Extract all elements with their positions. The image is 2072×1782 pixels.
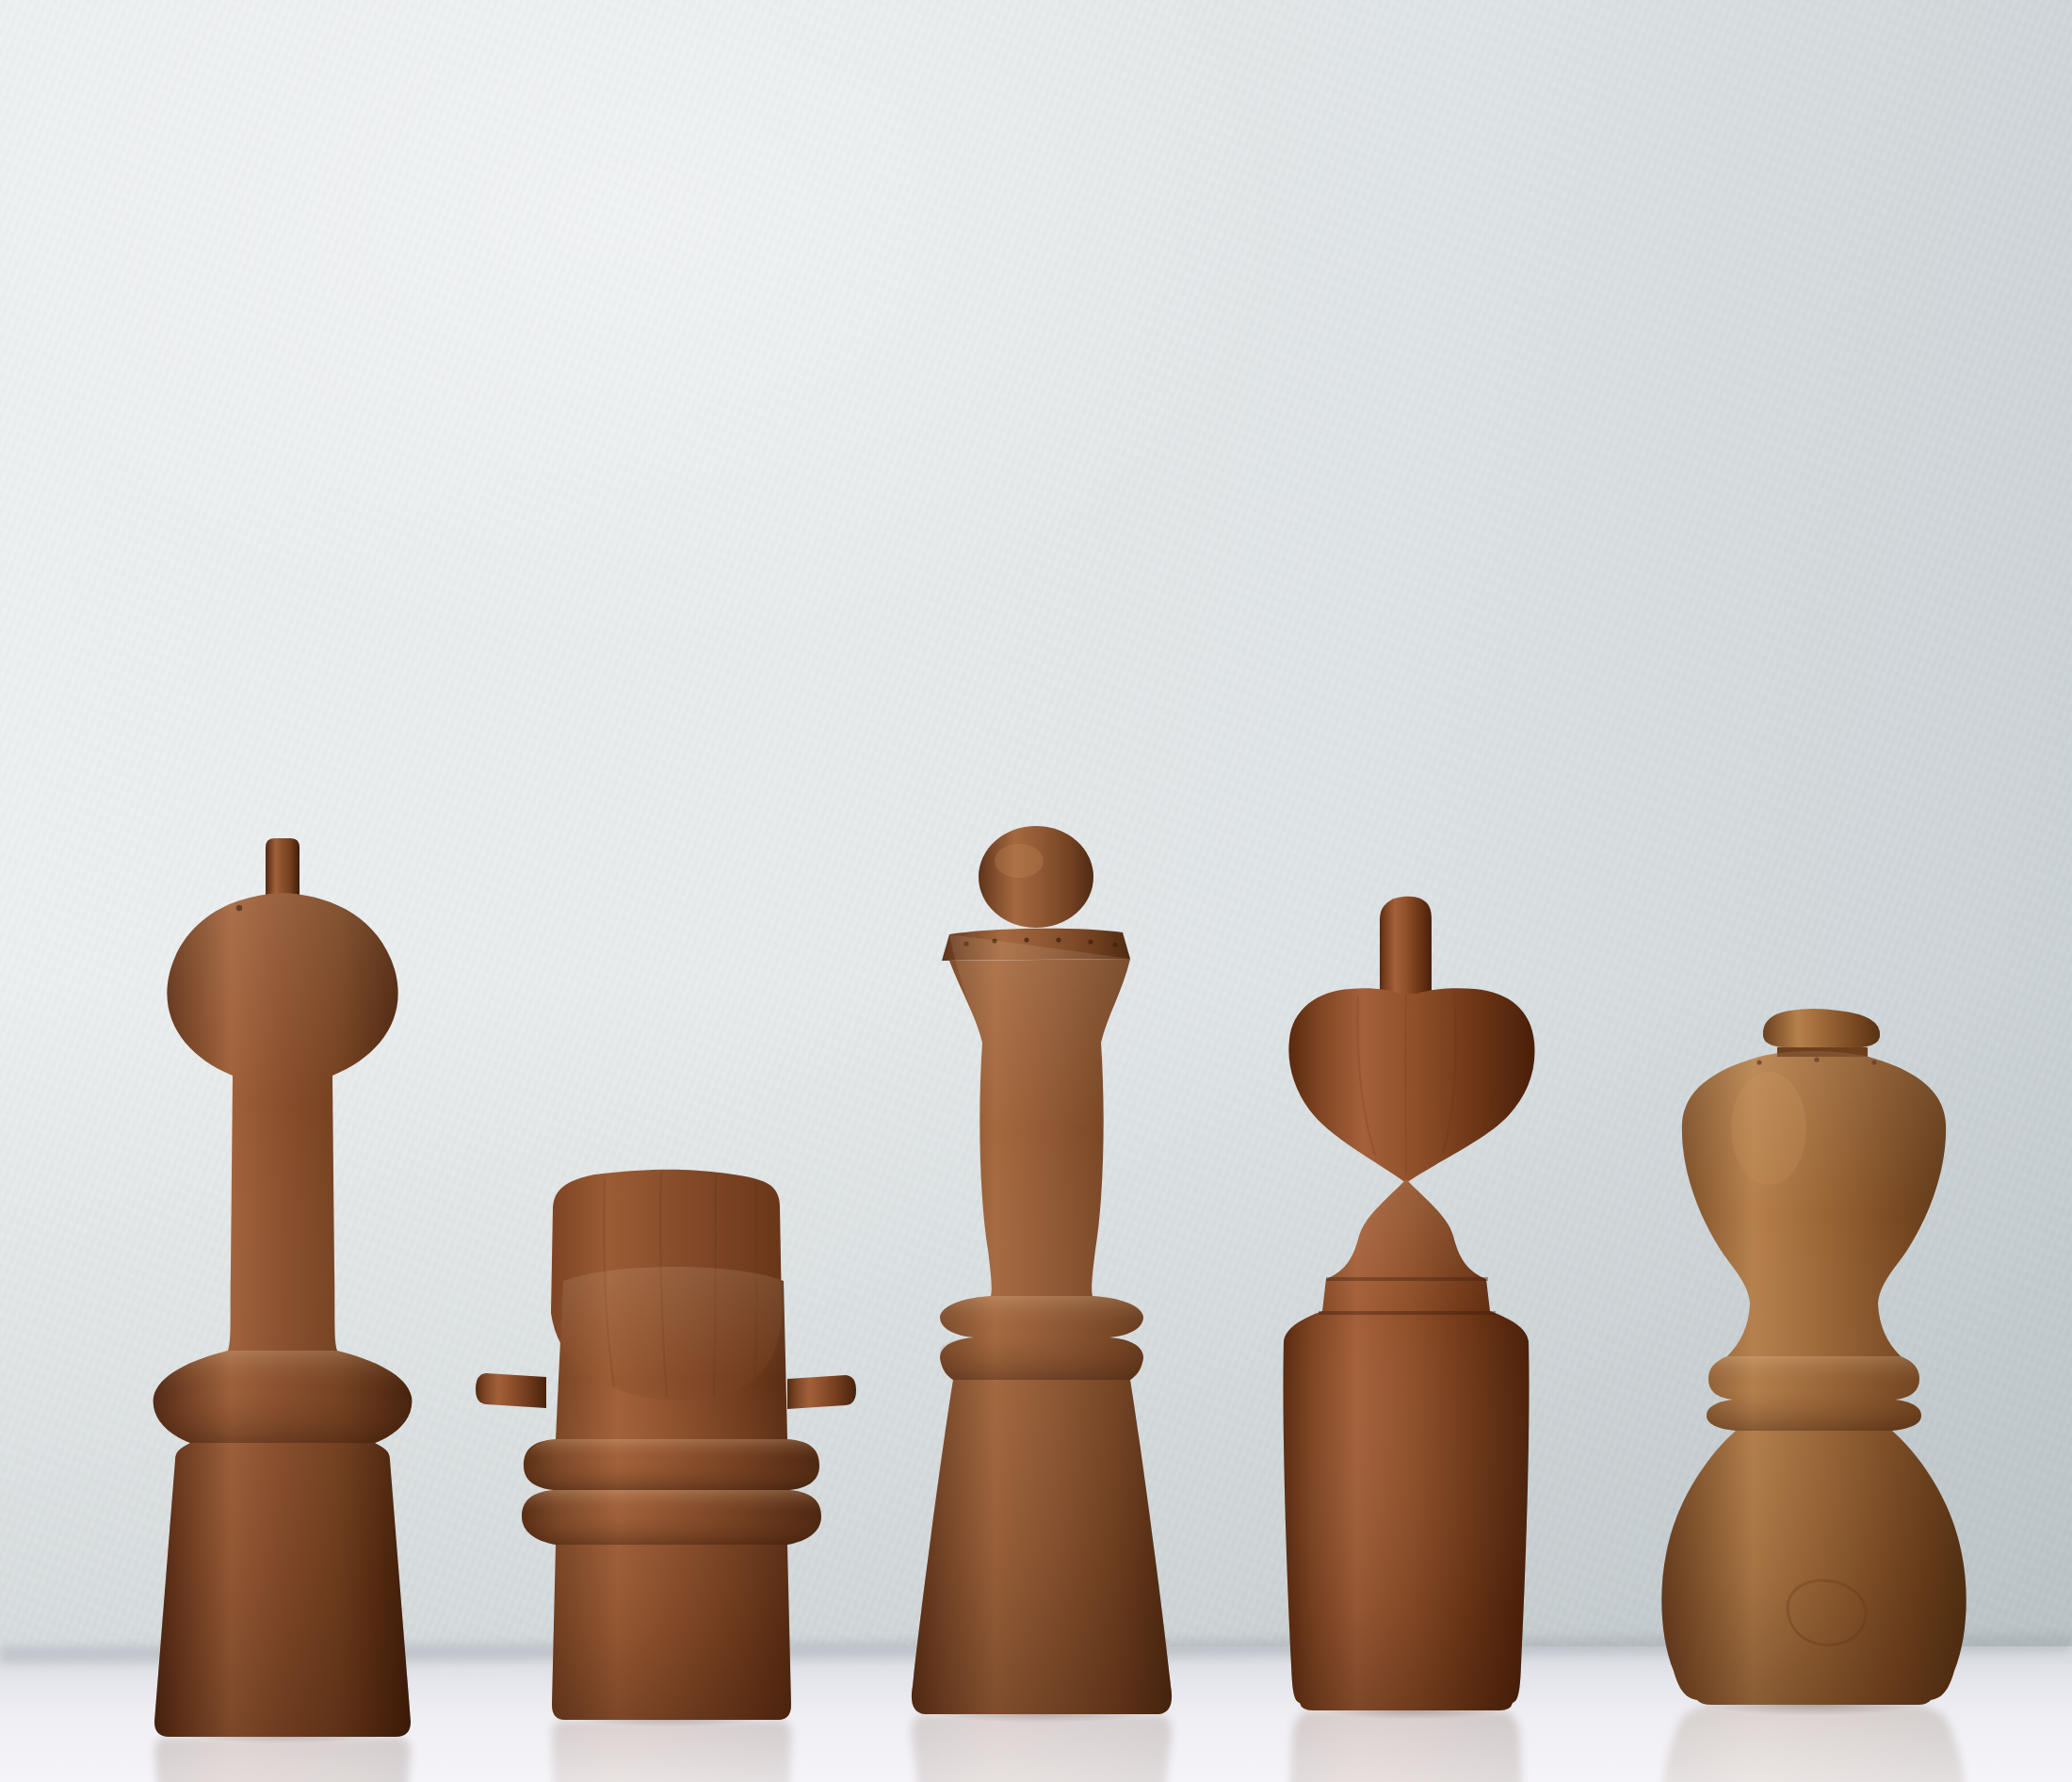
shaker-2-paddle-back <box>473 1160 859 1725</box>
pepper-mill-1-onion-top <box>141 827 424 1750</box>
pepper-mill-5-hourglass <box>1646 996 1971 1712</box>
pepper-mill-4-heart-top <box>1273 891 1556 1715</box>
pepper-mill-3-ball-top <box>893 802 1204 1735</box>
photo-of-teak-mills <box>0 0 2072 1782</box>
mill4-reflection <box>1273 1706 1556 1782</box>
